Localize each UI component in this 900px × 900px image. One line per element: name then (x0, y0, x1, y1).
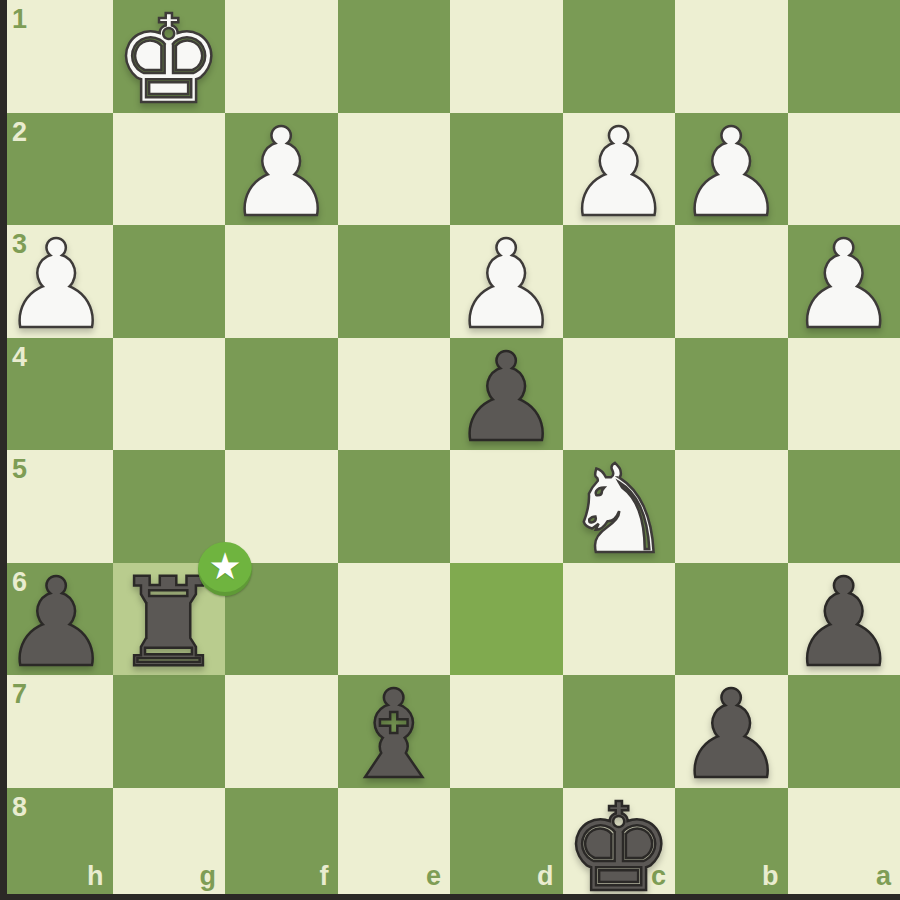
square-b6[interactable] (675, 563, 788, 676)
piece-white-pawn-d3[interactable]: ♟ (450, 229, 563, 342)
square-c7[interactable] (563, 675, 676, 788)
file-label-f: f (320, 861, 329, 892)
file-label-h: h (87, 861, 104, 892)
square-b1[interactable] (675, 0, 788, 113)
square-d7[interactable] (450, 675, 563, 788)
square-d4[interactable]: ♟ (450, 338, 563, 451)
square-h3[interactable]: 3♟ (0, 225, 113, 338)
square-f8[interactable]: f (225, 788, 338, 900)
square-e3[interactable] (338, 225, 451, 338)
square-a1[interactable] (788, 0, 900, 113)
square-g3[interactable] (113, 225, 226, 338)
square-h2[interactable]: 2 (0, 113, 113, 226)
square-d3[interactable]: ♟ (450, 225, 563, 338)
piece-black-pawn-b7[interactable]: ♟ (675, 679, 788, 792)
rank-label-8: 8 (12, 792, 27, 823)
piece-white-pawn-h3[interactable]: ♟ (0, 229, 113, 342)
piece-white-pawn-b2[interactable]: ♟ (675, 117, 788, 230)
square-e5[interactable] (338, 450, 451, 563)
square-g4[interactable] (113, 338, 226, 451)
rank-label-5: 5 (12, 454, 27, 485)
file-label-g: g (200, 861, 217, 892)
square-e2[interactable] (338, 113, 451, 226)
square-h5[interactable]: 5 (0, 450, 113, 563)
square-f5[interactable] (225, 450, 338, 563)
piece-white-pawn-a3[interactable]: ♟ (788, 229, 900, 342)
square-f7[interactable] (225, 675, 338, 788)
piece-black-king-c8[interactable]: ♚ (563, 792, 676, 900)
square-b5[interactable] (675, 450, 788, 563)
square-a5[interactable] (788, 450, 900, 563)
square-c2[interactable]: ♟ (563, 113, 676, 226)
square-e6[interactable] (338, 563, 451, 676)
square-b4[interactable] (675, 338, 788, 451)
piece-white-knight-c5[interactable]: ♞ (563, 454, 676, 567)
piece-black-pawn-a6[interactable]: ♟ (788, 567, 900, 680)
piece-white-king-g1[interactable]: ♚ (113, 4, 226, 117)
left-edge-strip (0, 0, 7, 900)
square-h6[interactable]: 6♟ (0, 563, 113, 676)
square-c1[interactable] (563, 0, 676, 113)
square-d8[interactable]: d (450, 788, 563, 900)
square-h8[interactable]: 8h (0, 788, 113, 900)
square-h1[interactable]: 1 (0, 0, 113, 113)
square-c4[interactable] (563, 338, 676, 451)
best-move-badge: ★ (198, 542, 252, 596)
square-e7[interactable]: ♝ (338, 675, 451, 788)
piece-black-pawn-h6[interactable]: ♟ (0, 567, 113, 680)
file-label-a: a (876, 861, 891, 892)
square-d1[interactable] (450, 0, 563, 113)
star-icon: ★ (208, 548, 241, 585)
square-g8[interactable]: g (113, 788, 226, 900)
square-d2[interactable] (450, 113, 563, 226)
rank-label-1: 1 (12, 4, 27, 35)
piece-white-pawn-f2[interactable]: ♟ (225, 117, 338, 230)
chess-board: 1♚2♟♟♟3♟♟♟4♟5♞6♟♜★♟7♝♟8hgfedc♚ba (0, 0, 900, 900)
square-c5[interactable]: ♞ (563, 450, 676, 563)
square-e1[interactable] (338, 0, 451, 113)
file-label-d: d (537, 861, 554, 892)
square-d6[interactable] (450, 563, 563, 676)
piece-black-bishop-e7[interactable]: ♝ (338, 679, 451, 792)
square-e4[interactable] (338, 338, 451, 451)
square-a6[interactable]: ♟ (788, 563, 900, 676)
bottom-edge-strip (0, 894, 900, 900)
square-b2[interactable]: ♟ (675, 113, 788, 226)
square-g6[interactable]: ♜★ (113, 563, 226, 676)
file-label-b: b (762, 861, 779, 892)
square-a3[interactable]: ♟ (788, 225, 900, 338)
square-a2[interactable] (788, 113, 900, 226)
piece-white-pawn-c2[interactable]: ♟ (563, 117, 676, 230)
square-c8[interactable]: c♚ (563, 788, 676, 900)
piece-black-pawn-d4[interactable]: ♟ (450, 342, 563, 455)
square-f4[interactable] (225, 338, 338, 451)
square-f2[interactable]: ♟ (225, 113, 338, 226)
square-b7[interactable]: ♟ (675, 675, 788, 788)
square-g1[interactable]: ♚ (113, 0, 226, 113)
rank-label-2: 2 (12, 117, 27, 148)
file-label-e: e (426, 861, 441, 892)
square-f1[interactable] (225, 0, 338, 113)
square-a8[interactable]: a (788, 788, 900, 900)
